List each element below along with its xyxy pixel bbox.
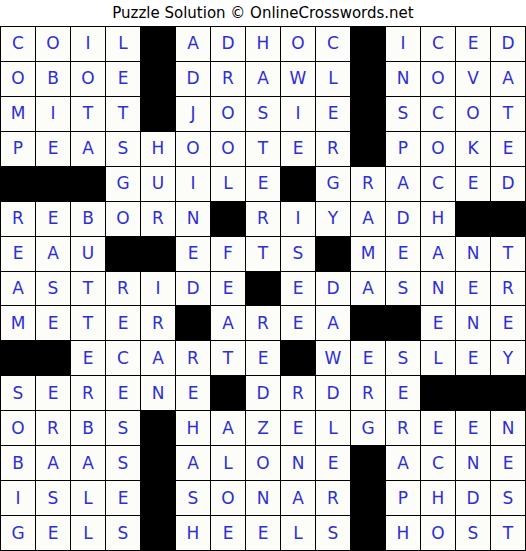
letter-cell-r12c3: B — [71, 411, 105, 445]
letter-cell-r12c6: H — [176, 411, 210, 445]
letter-cell-r8c13: N — [421, 272, 455, 306]
letter-cell-r12c10: L — [316, 411, 350, 445]
letter-cell-r1c1: C — [1, 27, 35, 61]
letter-cell-r6c12: D — [386, 202, 420, 236]
letter-cell-r8c10: D — [316, 272, 350, 306]
letter-cell-r8c6: D — [176, 272, 210, 306]
letter-cell-r4c2: E — [36, 132, 70, 166]
letter-cell-r3c2: I — [36, 97, 70, 131]
letter-cell-r1c10: C — [316, 27, 350, 61]
letter-cell-r11c10: D — [316, 376, 350, 410]
letter-cell-r2c6: D — [176, 62, 210, 96]
letter-cell-r5c6: I — [176, 167, 210, 201]
page-title: Puzzle Solution © OnlineCrosswords.net — [112, 4, 413, 22]
letter-cell-r3c1: M — [1, 97, 35, 131]
block-cell-r13c11 — [351, 446, 385, 480]
letter-cell-r3c14: O — [456, 97, 490, 131]
letter-cell-r14c12: P — [386, 481, 420, 515]
letter-cell-r6c2: E — [36, 202, 70, 236]
letter-cell-r7c14: N — [456, 237, 490, 271]
letter-cell-r6c13: H — [421, 202, 455, 236]
letter-cell-r4c9: E — [281, 132, 315, 166]
letter-cell-r14c6: S — [176, 481, 210, 515]
letter-cell-r6c5: R — [141, 202, 175, 236]
letter-cell-r10c10: W — [316, 341, 350, 375]
letter-cell-r4c6: O — [176, 132, 210, 166]
letter-cell-r12c8: Z — [246, 411, 280, 445]
letter-cell-r10c11: E — [351, 341, 385, 375]
letter-cell-r9c5: R — [141, 306, 175, 340]
block-cell-r5c2 — [36, 167, 70, 201]
block-cell-r1c5 — [141, 27, 175, 61]
letter-cell-r2c3: O — [71, 62, 105, 96]
letter-cell-r6c10: Y — [316, 202, 350, 236]
letter-cell-r13c1: B — [1, 446, 35, 480]
block-cell-r15c11 — [351, 516, 385, 550]
letter-cell-r14c3: L — [71, 481, 105, 515]
letter-cell-r5c13: C — [421, 167, 455, 201]
block-cell-r7c10 — [316, 237, 350, 271]
block-cell-r6c15 — [491, 202, 525, 236]
letter-cell-r7c7: F — [211, 237, 245, 271]
letter-cell-r11c12: E — [386, 376, 420, 410]
block-cell-r15c5 — [141, 516, 175, 550]
letter-cell-r5c5: U — [141, 167, 175, 201]
letter-cell-r3c13: C — [421, 97, 455, 131]
block-cell-r10c9 — [281, 341, 315, 375]
letter-cell-r13c6: A — [176, 446, 210, 480]
letter-cell-r14c13: H — [421, 481, 455, 515]
letter-cell-r14c8: N — [246, 481, 280, 515]
letter-cell-r7c1: E — [1, 237, 35, 271]
letter-cell-r14c7: O — [211, 481, 245, 515]
letter-cell-r3c12: S — [386, 97, 420, 131]
letter-cell-r6c9: I — [281, 202, 315, 236]
letter-cell-r8c14: E — [456, 272, 490, 306]
letter-cell-r15c9: L — [281, 516, 315, 550]
letter-cell-r8c9: E — [281, 272, 315, 306]
letter-cell-r12c12: R — [386, 411, 420, 445]
block-cell-r1c11 — [351, 27, 385, 61]
letter-cell-r10c8: E — [246, 341, 280, 375]
block-cell-r13c5 — [141, 446, 175, 480]
block-cell-r3c11 — [351, 97, 385, 131]
letter-cell-r4c5: H — [141, 132, 175, 166]
letter-cell-r13c14: N — [456, 446, 490, 480]
title-bar: Puzzle Solution © OnlineCrosswords.net — [0, 0, 526, 26]
block-cell-r9c11 — [351, 306, 385, 340]
block-cell-r7c5 — [141, 237, 175, 271]
letter-cell-r4c3: A — [71, 132, 105, 166]
letter-cell-r10c15: Y — [491, 341, 525, 375]
letter-cell-r13c13: C — [421, 446, 455, 480]
letter-cell-r15c15: T — [491, 516, 525, 550]
letter-cell-r9c9: E — [281, 306, 315, 340]
letter-cell-r6c8: R — [246, 202, 280, 236]
block-cell-r7c4 — [106, 237, 140, 271]
letter-cell-r13c3: A — [71, 446, 105, 480]
letter-cell-r12c7: A — [211, 411, 245, 445]
letter-cell-r15c2: E — [36, 516, 70, 550]
letter-cell-r4c15: E — [491, 132, 525, 166]
letter-cell-r7c8: T — [246, 237, 280, 271]
letter-cell-r4c7: O — [211, 132, 245, 166]
block-cell-r5c1 — [1, 167, 35, 201]
letter-cell-r4c8: T — [246, 132, 280, 166]
letter-cell-r11c11: R — [351, 376, 385, 410]
letter-cell-r6c4: O — [106, 202, 140, 236]
letter-cell-r9c4: E — [106, 306, 140, 340]
block-cell-r6c7 — [211, 202, 245, 236]
letter-cell-r1c14: E — [456, 27, 490, 61]
letter-cell-r5c8: E — [246, 167, 280, 201]
block-cell-r11c15 — [491, 376, 525, 410]
block-cell-r5c9 — [281, 167, 315, 201]
letter-cell-r10c7: T — [211, 341, 245, 375]
letter-cell-r1c4: L — [106, 27, 140, 61]
letter-cell-r7c6: E — [176, 237, 210, 271]
letter-cell-r9c14: N — [456, 306, 490, 340]
letter-cell-r7c3: U — [71, 237, 105, 271]
letter-cell-r9c1: M — [1, 306, 35, 340]
crossword-solution-page: Puzzle Solution © OnlineCrosswords.net C… — [0, 0, 526, 551]
letter-cell-r12c13: E — [421, 411, 455, 445]
block-cell-r10c2 — [36, 341, 70, 375]
letter-cell-r15c7: E — [211, 516, 245, 550]
letter-cell-r10c5: A — [141, 341, 175, 375]
block-cell-r2c11 — [351, 62, 385, 96]
letter-cell-r15c3: L — [71, 516, 105, 550]
letter-cell-r12c4: S — [106, 411, 140, 445]
letter-cell-r8c1: A — [1, 272, 35, 306]
block-cell-r4c11 — [351, 132, 385, 166]
letter-cell-r4c10: R — [316, 132, 350, 166]
letter-cell-r12c2: R — [36, 411, 70, 445]
letter-cell-r10c3: E — [71, 341, 105, 375]
letter-cell-r9c7: A — [211, 306, 245, 340]
letter-cell-r9c13: E — [421, 306, 455, 340]
letter-cell-r13c4: S — [106, 446, 140, 480]
letter-cell-r13c8: O — [246, 446, 280, 480]
block-cell-r14c5 — [141, 481, 175, 515]
letter-cell-r2c10: L — [316, 62, 350, 96]
letter-cell-r5c4: G — [106, 167, 140, 201]
letter-cell-r5c11: R — [351, 167, 385, 201]
letter-cell-r7c2: A — [36, 237, 70, 271]
letter-cell-r1c7: D — [211, 27, 245, 61]
block-cell-r5c3 — [71, 167, 105, 201]
letter-cell-r3c10: E — [316, 97, 350, 131]
letter-cell-r15c4: S — [106, 516, 140, 550]
letter-cell-r13c9: N — [281, 446, 315, 480]
letter-cell-r11c9: R — [281, 376, 315, 410]
letter-cell-r1c6: A — [176, 27, 210, 61]
letter-cell-r12c14: E — [456, 411, 490, 445]
letter-cell-r9c10: A — [316, 306, 350, 340]
letter-cell-r3c6: J — [176, 97, 210, 131]
letter-cell-r13c7: L — [211, 446, 245, 480]
letter-cell-r5c10: G — [316, 167, 350, 201]
letter-cell-r2c7: R — [211, 62, 245, 96]
letter-cell-r15c6: H — [176, 516, 210, 550]
letter-cell-r9c8: R — [246, 306, 280, 340]
letter-cell-r4c4: S — [106, 132, 140, 166]
letter-cell-r2c15: A — [491, 62, 525, 96]
letter-cell-r11c8: D — [246, 376, 280, 410]
letter-cell-r6c6: N — [176, 202, 210, 236]
letter-cell-r14c9: A — [281, 481, 315, 515]
letter-cell-r11c5: N — [141, 376, 175, 410]
letter-cell-r5c12: A — [386, 167, 420, 201]
letter-cell-r12c9: E — [281, 411, 315, 445]
letter-cell-r4c12: P — [386, 132, 420, 166]
letter-cell-r4c14: K — [456, 132, 490, 166]
block-cell-r2c5 — [141, 62, 175, 96]
letter-cell-r2c4: E — [106, 62, 140, 96]
letter-cell-r8c12: S — [386, 272, 420, 306]
letter-cell-r15c14: S — [456, 516, 490, 550]
letter-cell-r8c15: R — [491, 272, 525, 306]
letter-cell-r13c2: A — [36, 446, 70, 480]
letter-cell-r6c1: R — [1, 202, 35, 236]
letter-cell-r1c8: H — [246, 27, 280, 61]
letter-cell-r14c1: I — [1, 481, 35, 515]
letter-cell-r15c13: O — [421, 516, 455, 550]
block-cell-r3c5 — [141, 97, 175, 131]
letter-cell-r6c11: A — [351, 202, 385, 236]
letter-cell-r8c11: A — [351, 272, 385, 306]
block-cell-r6c14 — [456, 202, 490, 236]
letter-cell-r1c13: C — [421, 27, 455, 61]
letter-cell-r8c7: E — [211, 272, 245, 306]
letter-cell-r4c13: O — [421, 132, 455, 166]
letter-cell-r13c10: E — [316, 446, 350, 480]
letter-cell-r1c15: D — [491, 27, 525, 61]
letter-cell-r3c8: S — [246, 97, 280, 131]
letter-cell-r11c1: S — [1, 376, 35, 410]
letter-cell-r13c15: E — [491, 446, 525, 480]
block-cell-r8c8 — [246, 272, 280, 306]
letter-cell-r2c12: N — [386, 62, 420, 96]
letter-cell-r7c12: E — [386, 237, 420, 271]
letter-cell-r14c15: S — [491, 481, 525, 515]
letter-cell-r10c4: C — [106, 341, 140, 375]
letter-cell-r10c13: L — [421, 341, 455, 375]
letter-cell-r3c7: O — [211, 97, 245, 131]
letter-cell-r10c14: E — [456, 341, 490, 375]
block-cell-r9c12 — [386, 306, 420, 340]
letter-cell-r7c15: T — [491, 237, 525, 271]
letter-cell-r5c14: E — [456, 167, 490, 201]
letter-cell-r9c3: T — [71, 306, 105, 340]
letter-cell-r15c1: G — [1, 516, 35, 550]
letter-cell-r11c2: E — [36, 376, 70, 410]
letter-cell-r2c13: O — [421, 62, 455, 96]
block-cell-r11c14 — [456, 376, 490, 410]
letter-cell-r6c3: B — [71, 202, 105, 236]
letter-cell-r3c15: T — [491, 97, 525, 131]
letter-cell-r9c2: E — [36, 306, 70, 340]
block-cell-r9c6 — [176, 306, 210, 340]
letter-cell-r1c3: I — [71, 27, 105, 61]
block-cell-r11c13 — [421, 376, 455, 410]
letter-cell-r2c1: O — [1, 62, 35, 96]
letter-cell-r3c3: T — [71, 97, 105, 131]
letter-cell-r4c1: P — [1, 132, 35, 166]
letter-cell-r14c2: S — [36, 481, 70, 515]
letter-cell-r2c8: A — [246, 62, 280, 96]
letter-cell-r15c10: S — [316, 516, 350, 550]
letter-cell-r2c9: W — [281, 62, 315, 96]
letter-cell-r12c1: O — [1, 411, 35, 445]
letter-cell-r1c2: O — [36, 27, 70, 61]
block-cell-r14c11 — [351, 481, 385, 515]
block-cell-r10c1 — [1, 341, 35, 375]
letter-cell-r3c4: T — [106, 97, 140, 131]
letter-cell-r13c12: A — [386, 446, 420, 480]
letter-cell-r15c8: E — [246, 516, 280, 550]
letter-cell-r14c14: D — [456, 481, 490, 515]
block-cell-r12c5 — [141, 411, 175, 445]
letter-cell-r9c15: E — [491, 306, 525, 340]
letter-cell-r14c10: R — [316, 481, 350, 515]
letter-cell-r5c7: L — [211, 167, 245, 201]
crossword-grid: COILADHOCICEDOBOEDRAWLNOVAMITTJOSIESCOTP… — [0, 26, 526, 551]
letter-cell-r14c4: E — [106, 481, 140, 515]
letter-cell-r5c15: D — [491, 167, 525, 201]
letter-cell-r8c5: I — [141, 272, 175, 306]
letter-cell-r11c3: R — [71, 376, 105, 410]
letter-cell-r8c2: S — [36, 272, 70, 306]
letter-cell-r11c4: E — [106, 376, 140, 410]
letter-cell-r12c11: G — [351, 411, 385, 445]
letter-cell-r8c4: R — [106, 272, 140, 306]
letter-cell-r7c13: A — [421, 237, 455, 271]
letter-cell-r2c2: B — [36, 62, 70, 96]
letter-cell-r15c12: H — [386, 516, 420, 550]
letter-cell-r1c9: O — [281, 27, 315, 61]
letter-cell-r1c12: I — [386, 27, 420, 61]
letter-cell-r7c11: M — [351, 237, 385, 271]
letter-cell-r8c3: T — [71, 272, 105, 306]
letter-cell-r2c14: V — [456, 62, 490, 96]
letter-cell-r3c9: I — [281, 97, 315, 131]
block-cell-r11c7 — [211, 376, 245, 410]
letter-cell-r12c15: N — [491, 411, 525, 445]
letter-cell-r10c12: S — [386, 341, 420, 375]
letter-cell-r10c6: R — [176, 341, 210, 375]
letter-cell-r7c9: S — [281, 237, 315, 271]
letter-cell-r11c6: E — [176, 376, 210, 410]
